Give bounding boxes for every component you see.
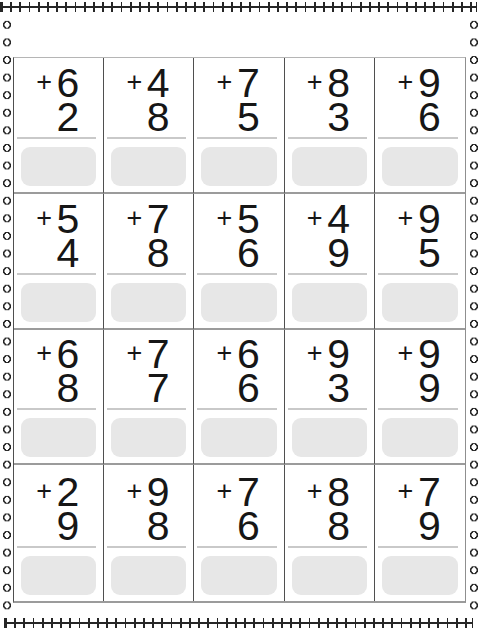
addition-problem: +98 xyxy=(104,465,193,546)
plus-operator: + xyxy=(126,69,142,100)
bottom-addend: 6 xyxy=(235,236,261,270)
answer-box[interactable] xyxy=(21,418,96,457)
right-border-punch-holes xyxy=(469,16,479,615)
bottom-addend: 3 xyxy=(326,371,352,405)
bottom-addend: 8 xyxy=(55,371,81,405)
plus-operator: + xyxy=(126,205,142,236)
sum-line xyxy=(17,408,96,410)
sum-line xyxy=(378,408,458,410)
answer-box[interactable] xyxy=(382,418,458,457)
answer-box[interactable] xyxy=(111,283,186,322)
problem-cell: +56 xyxy=(194,194,284,330)
answer-box[interactable] xyxy=(21,147,96,186)
plus-operator: + xyxy=(307,340,323,371)
plus-operator: + xyxy=(217,205,233,236)
bottom-addend: 8 xyxy=(326,509,352,543)
problem-cell: +68 xyxy=(14,330,104,466)
sum-line xyxy=(288,137,367,139)
bottom-border-tick-track xyxy=(4,618,473,628)
answer-box[interactable] xyxy=(201,418,276,457)
bottom-addend: 9 xyxy=(416,509,442,543)
sum-line xyxy=(107,408,186,410)
answer-box[interactable] xyxy=(111,418,186,457)
bottom-addend: 6 xyxy=(235,371,261,405)
plus-operator: + xyxy=(36,69,52,100)
sum-line xyxy=(197,137,276,139)
bottom-addend: 3 xyxy=(326,100,352,134)
addition-problem: +54 xyxy=(14,194,103,273)
answer-box[interactable] xyxy=(111,147,186,186)
plus-operator: + xyxy=(126,340,142,371)
bottom-addend: 2 xyxy=(55,100,81,134)
problem-cell: +62 xyxy=(14,58,104,194)
sum-line xyxy=(378,137,458,139)
plus-operator: + xyxy=(398,478,414,509)
plus-operator: + xyxy=(398,205,414,236)
plus-operator: + xyxy=(217,478,233,509)
problem-cell: +99 xyxy=(375,330,465,466)
bottom-addend: 8 xyxy=(145,236,171,270)
answer-box[interactable] xyxy=(201,283,276,322)
plus-operator: + xyxy=(398,69,414,100)
plus-operator: + xyxy=(398,340,414,371)
plus-operator: + xyxy=(36,340,52,371)
plus-operator: + xyxy=(307,478,323,509)
problem-cell: +79 xyxy=(375,465,465,601)
addition-problem: +75 xyxy=(194,58,283,137)
plus-operator: + xyxy=(307,69,323,100)
plus-operator: + xyxy=(36,478,52,509)
addition-problem: +76 xyxy=(194,465,283,546)
addition-problem: +77 xyxy=(104,330,193,409)
top-border-tick-track xyxy=(0,2,477,12)
bottom-addend: 8 xyxy=(145,509,171,543)
problem-cell: +54 xyxy=(14,194,104,330)
problem-cell: +66 xyxy=(194,330,284,466)
problem-cell: +29 xyxy=(14,465,104,601)
problem-cell: +83 xyxy=(285,58,375,194)
bottom-addend: 5 xyxy=(416,236,442,270)
left-border-punch-holes xyxy=(2,16,12,615)
problem-cell: +93 xyxy=(285,330,375,466)
problem-cell: +88 xyxy=(285,465,375,601)
problem-cell: +78 xyxy=(104,194,194,330)
addition-problem: +88 xyxy=(285,465,374,546)
plus-operator: + xyxy=(126,478,142,509)
answer-box[interactable] xyxy=(382,556,458,595)
addition-problem: +83 xyxy=(285,58,374,137)
addition-problem: +99 xyxy=(375,330,465,409)
addition-problem: +49 xyxy=(285,194,374,273)
answer-box[interactable] xyxy=(21,283,96,322)
addition-problem: +29 xyxy=(14,465,103,546)
addition-problem: +62 xyxy=(14,58,103,137)
plus-operator: + xyxy=(217,69,233,100)
sum-line xyxy=(378,273,458,275)
addition-problem: +93 xyxy=(285,330,374,409)
plus-operator: + xyxy=(307,205,323,236)
problem-cell: +96 xyxy=(375,58,465,194)
problem-cell: +76 xyxy=(194,465,284,601)
problem-cell: +95 xyxy=(375,194,465,330)
problems-grid: +62+48+75+83+96+54+78+56+49+95+68+77+66+… xyxy=(13,57,466,603)
answer-box[interactable] xyxy=(111,556,186,595)
answer-box[interactable] xyxy=(201,556,276,595)
answer-box[interactable] xyxy=(292,283,367,322)
sum-line xyxy=(288,546,367,548)
bottom-addend: 8 xyxy=(145,100,171,134)
bottom-addend: 4 xyxy=(55,236,81,270)
sum-line xyxy=(107,273,186,275)
sum-line xyxy=(197,273,276,275)
sum-line xyxy=(17,546,96,548)
problem-cell: +49 xyxy=(285,194,375,330)
answer-box[interactable] xyxy=(382,283,458,322)
sum-line xyxy=(107,546,186,548)
problem-cell: +48 xyxy=(104,58,194,194)
sum-line xyxy=(288,408,367,410)
answer-box[interactable] xyxy=(201,147,276,186)
answer-box[interactable] xyxy=(292,418,367,457)
sum-line xyxy=(197,408,276,410)
addition-problem: +56 xyxy=(194,194,283,273)
sum-line xyxy=(17,137,96,139)
addition-problem: +95 xyxy=(375,194,465,273)
addition-problem: +48 xyxy=(104,58,193,137)
bottom-addend: 9 xyxy=(416,371,442,405)
addition-problem: +79 xyxy=(375,465,465,546)
answer-box[interactable] xyxy=(21,556,96,595)
addition-problem: +78 xyxy=(104,194,193,273)
bottom-addend: 6 xyxy=(235,509,261,543)
sum-line xyxy=(378,546,458,548)
addition-problem: +66 xyxy=(194,330,283,409)
answer-box[interactable] xyxy=(382,147,458,186)
answer-box[interactable] xyxy=(292,556,367,595)
plus-operator: + xyxy=(217,340,233,371)
bottom-addend: 6 xyxy=(416,100,442,134)
bottom-addend: 7 xyxy=(145,371,171,405)
addition-problem: +96 xyxy=(375,58,465,137)
answer-box[interactable] xyxy=(292,147,367,186)
problem-cell: +98 xyxy=(104,465,194,601)
sum-line xyxy=(288,273,367,275)
bottom-addend: 9 xyxy=(326,236,352,270)
bottom-addend: 9 xyxy=(55,509,81,543)
sum-line xyxy=(107,137,186,139)
problem-cell: +75 xyxy=(194,58,284,194)
sum-line xyxy=(197,546,276,548)
sum-line xyxy=(17,273,96,275)
bottom-addend: 5 xyxy=(235,100,261,134)
problem-cell: +77 xyxy=(104,330,194,466)
addition-problem: +68 xyxy=(14,330,103,409)
plus-operator: + xyxy=(36,205,52,236)
